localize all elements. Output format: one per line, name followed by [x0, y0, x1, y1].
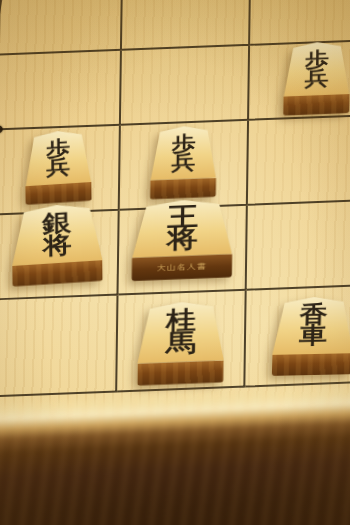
square-2i[interactable]: 桂 馬: [117, 291, 247, 393]
koma-kanji: 歩 兵: [46, 138, 71, 178]
king-maker-signature: 大山名人書: [157, 263, 207, 272]
square-3e[interactable]: [0, 0, 123, 55]
koma-front-face: [284, 94, 350, 115]
koma-face: 歩 兵: [149, 125, 218, 181]
koma-kanji: 歩 兵: [305, 49, 330, 88]
square-1g[interactable]: [248, 116, 350, 206]
square-1i[interactable]: 香 車: [245, 285, 350, 387]
square-2f[interactable]: [121, 46, 250, 126]
shogi-piece-silver-3h[interactable]: 銀 将: [10, 202, 105, 287]
shogi-piece-pawn-3g[interactable]: 歩 兵: [24, 129, 93, 205]
shogi-piece-knight-2i[interactable]: 桂 馬: [135, 300, 226, 385]
koma-kanji: 歩 兵: [171, 133, 196, 172]
koma-face: 香 車: [270, 296, 350, 355]
koma-front-face: [150, 178, 216, 199]
koma-kanji: 香 車: [299, 304, 328, 348]
square-1f[interactable]: 歩 兵: [249, 41, 350, 121]
shogi-board: 歩 兵 歩 兵 歩 兵: [0, 0, 350, 402]
shogi-piece-pawn-1f[interactable]: 歩 兵: [282, 41, 350, 116]
koma-front-face: 大山名人書: [132, 254, 232, 281]
koma-face: 歩 兵: [24, 129, 93, 186]
koma-kanji: 銀 将: [42, 211, 72, 257]
shogi-photo: 歩 兵 歩 兵 歩 兵: [0, 0, 350, 525]
square-2g[interactable]: 歩 兵: [120, 121, 249, 211]
koma-front-face: [137, 360, 224, 385]
koma-kanji: 桂 馬: [166, 309, 197, 355]
board-front-edge-and-table: [0, 382, 350, 525]
square-1e[interactable]: [250, 0, 350, 46]
koma-face: 歩 兵: [282, 41, 350, 97]
shogi-piece-lance-1i[interactable]: 香 車: [270, 296, 350, 376]
koma-face: 王 将: [130, 198, 235, 258]
square-2h[interactable]: 王 将 大山名人書: [119, 206, 248, 296]
square-3h[interactable]: 銀 将: [0, 211, 120, 301]
koma-kanji: 王 将: [167, 206, 199, 251]
koma-front-face: [26, 182, 92, 205]
square-3i[interactable]: [0, 296, 119, 398]
square-3f[interactable]: [0, 51, 122, 131]
koma-front-face: [12, 260, 103, 287]
square-2e[interactable]: [122, 0, 251, 51]
koma-front-face: [272, 353, 350, 376]
shogi-piece-pawn-2g[interactable]: 歩 兵: [149, 125, 218, 200]
koma-face: 銀 将: [10, 202, 105, 266]
shogi-piece-king-2h[interactable]: 王 将 大山名人書: [130, 198, 235, 281]
square-1h[interactable]: [247, 201, 350, 291]
koma-face: 桂 馬: [136, 300, 227, 363]
